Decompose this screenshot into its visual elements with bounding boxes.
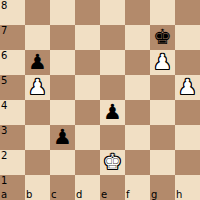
square-f1[interactable]: f bbox=[125, 175, 150, 200]
square-h3[interactable] bbox=[175, 125, 200, 150]
square-f3[interactable] bbox=[125, 125, 150, 150]
square-c2[interactable] bbox=[50, 150, 75, 175]
square-a2[interactable]: 2 bbox=[0, 150, 25, 175]
square-h7[interactable] bbox=[175, 25, 200, 50]
square-f2[interactable] bbox=[125, 150, 150, 175]
square-d7[interactable] bbox=[75, 25, 100, 50]
square-b8[interactable] bbox=[25, 0, 50, 25]
square-c4[interactable] bbox=[50, 100, 75, 125]
rank-label-5: 5 bbox=[1, 75, 7, 86]
square-a6[interactable]: 6 bbox=[0, 50, 25, 75]
square-f8[interactable] bbox=[125, 0, 150, 25]
square-e7[interactable] bbox=[100, 25, 125, 50]
black-pawn-c3[interactable]: ♟ bbox=[53, 125, 72, 150]
square-d2[interactable] bbox=[75, 150, 100, 175]
rank-label-8: 8 bbox=[1, 0, 7, 11]
square-h6[interactable] bbox=[175, 50, 200, 75]
file-label-a: a bbox=[1, 189, 7, 200]
square-c7[interactable] bbox=[50, 25, 75, 50]
chess-board: 87♚6♟♟5♟♟4♟3♟2♚1abcdefgh bbox=[0, 0, 200, 200]
square-c8[interactable] bbox=[50, 0, 75, 25]
square-a4[interactable]: 4 bbox=[0, 100, 25, 125]
square-e4[interactable]: ♟ bbox=[100, 100, 125, 125]
square-a7[interactable]: 7 bbox=[0, 25, 25, 50]
square-h8[interactable] bbox=[175, 0, 200, 25]
file-label-b: b bbox=[26, 189, 32, 200]
square-a8[interactable]: 8 bbox=[0, 0, 25, 25]
square-b5[interactable]: ♟ bbox=[25, 75, 50, 100]
square-b3[interactable] bbox=[25, 125, 50, 150]
white-pawn-h5[interactable]: ♟ bbox=[178, 75, 197, 100]
square-e5[interactable] bbox=[100, 75, 125, 100]
rank-label-3: 3 bbox=[1, 125, 7, 136]
square-e1[interactable]: e bbox=[100, 175, 125, 200]
square-g7[interactable]: ♚ bbox=[150, 25, 175, 50]
square-c3[interactable]: ♟ bbox=[50, 125, 75, 150]
square-b1[interactable]: b bbox=[25, 175, 50, 200]
square-e2[interactable]: ♚ bbox=[100, 150, 125, 175]
square-g1[interactable]: g bbox=[150, 175, 175, 200]
file-label-d: d bbox=[76, 189, 82, 200]
black-pawn-b6[interactable]: ♟ bbox=[28, 50, 47, 75]
square-b6[interactable]: ♟ bbox=[25, 50, 50, 75]
square-d5[interactable] bbox=[75, 75, 100, 100]
square-f5[interactable] bbox=[125, 75, 150, 100]
square-h5[interactable]: ♟ bbox=[175, 75, 200, 100]
rank-label-6: 6 bbox=[1, 50, 7, 61]
square-g6[interactable]: ♟ bbox=[150, 50, 175, 75]
square-d6[interactable] bbox=[75, 50, 100, 75]
black-pawn-e4[interactable]: ♟ bbox=[103, 100, 122, 125]
square-f6[interactable] bbox=[125, 50, 150, 75]
square-g4[interactable] bbox=[150, 100, 175, 125]
file-label-c: c bbox=[51, 189, 57, 200]
square-a1[interactable]: 1a bbox=[0, 175, 25, 200]
square-h1[interactable]: h bbox=[175, 175, 200, 200]
file-label-e: e bbox=[101, 189, 107, 200]
rank-label-4: 4 bbox=[1, 100, 7, 111]
square-f7[interactable] bbox=[125, 25, 150, 50]
black-king-g7[interactable]: ♚ bbox=[153, 25, 172, 50]
square-b4[interactable] bbox=[25, 100, 50, 125]
square-e3[interactable] bbox=[100, 125, 125, 150]
square-b2[interactable] bbox=[25, 150, 50, 175]
rank-label-1: 1 bbox=[1, 175, 7, 186]
square-d1[interactable]: d bbox=[75, 175, 100, 200]
square-f4[interactable] bbox=[125, 100, 150, 125]
rank-label-2: 2 bbox=[1, 150, 7, 161]
square-g5[interactable] bbox=[150, 75, 175, 100]
square-c6[interactable] bbox=[50, 50, 75, 75]
square-d8[interactable] bbox=[75, 0, 100, 25]
square-e6[interactable] bbox=[100, 50, 125, 75]
white-pawn-b5[interactable]: ♟ bbox=[28, 75, 47, 100]
square-c1[interactable]: c bbox=[50, 175, 75, 200]
square-h2[interactable] bbox=[175, 150, 200, 175]
square-b7[interactable] bbox=[25, 25, 50, 50]
square-g8[interactable] bbox=[150, 0, 175, 25]
white-pawn-g6[interactable]: ♟ bbox=[153, 50, 172, 75]
white-king-e2[interactable]: ♚ bbox=[103, 150, 122, 175]
file-label-f: f bbox=[126, 189, 130, 200]
file-label-g: g bbox=[151, 189, 157, 200]
square-g2[interactable] bbox=[150, 150, 175, 175]
square-d3[interactable] bbox=[75, 125, 100, 150]
file-label-h: h bbox=[176, 189, 182, 200]
square-a5[interactable]: 5 bbox=[0, 75, 25, 100]
square-c5[interactable] bbox=[50, 75, 75, 100]
rank-label-7: 7 bbox=[1, 25, 7, 36]
square-h4[interactable] bbox=[175, 100, 200, 125]
square-d4[interactable] bbox=[75, 100, 100, 125]
square-g3[interactable] bbox=[150, 125, 175, 150]
square-a3[interactable]: 3 bbox=[0, 125, 25, 150]
square-e8[interactable] bbox=[100, 0, 125, 25]
